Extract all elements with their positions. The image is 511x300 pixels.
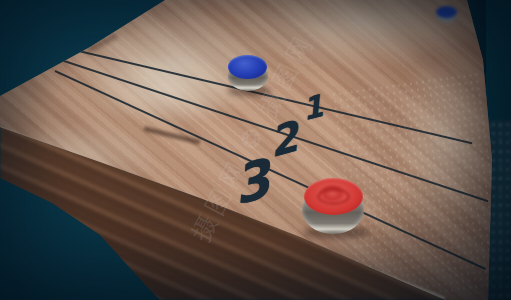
vignette-overlay [0,0,511,300]
photo-frame: 1 2 3 摄图网 ❂ 摄图网 [0,0,511,300]
